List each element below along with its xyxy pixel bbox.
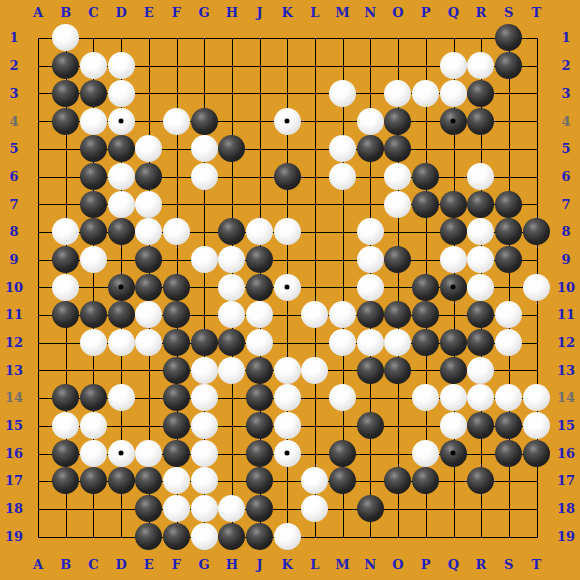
intersection[interactable]	[301, 329, 329, 357]
intersection[interactable]	[246, 523, 274, 551]
intersection[interactable]	[246, 107, 274, 135]
intersection[interactable]	[52, 301, 80, 329]
intersection[interactable]	[439, 467, 467, 495]
intersection[interactable]	[439, 246, 467, 274]
intersection[interactable]	[190, 80, 218, 108]
intersection[interactable]	[52, 218, 80, 246]
intersection[interactable]	[329, 384, 357, 412]
intersection[interactable]	[24, 356, 52, 384]
intersection[interactable]	[52, 190, 80, 218]
intersection[interactable]	[190, 190, 218, 218]
intersection[interactable]	[24, 218, 52, 246]
intersection[interactable]	[467, 329, 495, 357]
intersection[interactable]	[356, 163, 384, 191]
intersection[interactable]	[135, 384, 163, 412]
intersection[interactable]	[301, 523, 329, 551]
intersection[interactable]	[190, 163, 218, 191]
intersection[interactable]	[52, 412, 80, 440]
intersection[interactable]	[301, 412, 329, 440]
intersection[interactable]	[135, 218, 163, 246]
intersection[interactable]	[301, 467, 329, 495]
intersection[interactable]	[523, 218, 551, 246]
intersection[interactable]	[218, 523, 246, 551]
intersection[interactable]	[495, 329, 523, 357]
intersection[interactable]	[107, 80, 135, 108]
intersection[interactable]	[384, 163, 412, 191]
intersection[interactable]	[80, 24, 108, 52]
intersection[interactable]	[80, 273, 108, 301]
intersection[interactable]	[163, 135, 191, 163]
intersection[interactable]	[356, 356, 384, 384]
intersection[interactable]	[384, 218, 412, 246]
intersection[interactable]	[52, 246, 80, 274]
intersection[interactable]	[24, 163, 52, 191]
intersection[interactable]	[412, 190, 440, 218]
intersection[interactable]	[135, 412, 163, 440]
intersection[interactable]	[135, 329, 163, 357]
intersection[interactable]	[52, 273, 80, 301]
intersection[interactable]	[80, 467, 108, 495]
intersection[interactable]	[412, 52, 440, 80]
intersection[interactable]	[190, 467, 218, 495]
intersection[interactable]	[190, 495, 218, 523]
intersection[interactable]	[301, 218, 329, 246]
intersection[interactable]	[329, 412, 357, 440]
intersection[interactable]	[329, 52, 357, 80]
intersection[interactable]	[329, 246, 357, 274]
intersection[interactable]	[135, 135, 163, 163]
intersection[interactable]	[523, 412, 551, 440]
intersection[interactable]	[80, 301, 108, 329]
intersection[interactable]	[52, 467, 80, 495]
intersection[interactable]	[301, 273, 329, 301]
intersection[interactable]	[80, 52, 108, 80]
intersection[interactable]	[384, 190, 412, 218]
intersection[interactable]	[329, 523, 357, 551]
intersection[interactable]	[301, 439, 329, 467]
intersection[interactable]	[301, 190, 329, 218]
intersection[interactable]	[301, 246, 329, 274]
intersection[interactable]	[412, 495, 440, 523]
intersection[interactable]	[467, 24, 495, 52]
intersection[interactable]	[218, 190, 246, 218]
intersection[interactable]	[467, 107, 495, 135]
intersection[interactable]	[273, 135, 301, 163]
intersection[interactable]	[329, 107, 357, 135]
intersection[interactable]	[356, 135, 384, 163]
intersection[interactable]	[24, 80, 52, 108]
intersection[interactable]	[107, 523, 135, 551]
intersection[interactable]	[412, 107, 440, 135]
intersection[interactable]	[412, 80, 440, 108]
intersection[interactable]	[190, 135, 218, 163]
intersection[interactable]	[52, 135, 80, 163]
intersection[interactable]	[439, 523, 467, 551]
intersection[interactable]	[467, 467, 495, 495]
intersection[interactable]	[523, 163, 551, 191]
intersection[interactable]	[163, 80, 191, 108]
intersection[interactable]	[356, 24, 384, 52]
intersection[interactable]	[523, 273, 551, 301]
intersection[interactable]	[523, 495, 551, 523]
intersection[interactable]	[218, 495, 246, 523]
intersection[interactable]	[52, 80, 80, 108]
intersection[interactable]	[495, 523, 523, 551]
intersection[interactable]	[218, 246, 246, 274]
intersection[interactable]	[190, 329, 218, 357]
intersection[interactable]	[107, 163, 135, 191]
intersection[interactable]	[439, 356, 467, 384]
intersection[interactable]	[523, 52, 551, 80]
intersection[interactable]	[107, 412, 135, 440]
intersection[interactable]	[384, 52, 412, 80]
intersection[interactable]	[190, 412, 218, 440]
intersection[interactable]	[52, 52, 80, 80]
intersection[interactable]	[467, 135, 495, 163]
intersection[interactable]	[135, 356, 163, 384]
intersection[interactable]	[107, 301, 135, 329]
intersection[interactable]	[107, 218, 135, 246]
intersection[interactable]	[246, 218, 274, 246]
intersection[interactable]	[495, 467, 523, 495]
intersection[interactable]	[301, 80, 329, 108]
intersection[interactable]	[107, 495, 135, 523]
intersection[interactable]	[80, 107, 108, 135]
intersection[interactable]	[246, 246, 274, 274]
intersection[interactable]	[467, 495, 495, 523]
intersection[interactable]	[523, 523, 551, 551]
intersection[interactable]	[135, 163, 163, 191]
intersection[interactable]	[190, 52, 218, 80]
intersection[interactable]	[439, 439, 467, 467]
intersection[interactable]	[356, 80, 384, 108]
intersection[interactable]	[384, 439, 412, 467]
intersection[interactable]	[301, 163, 329, 191]
intersection[interactable]	[135, 495, 163, 523]
intersection[interactable]	[412, 329, 440, 357]
intersection[interactable]	[163, 52, 191, 80]
intersection[interactable]	[80, 80, 108, 108]
intersection[interactable]	[218, 412, 246, 440]
intersection[interactable]	[107, 356, 135, 384]
intersection[interactable]	[301, 495, 329, 523]
intersection[interactable]	[80, 495, 108, 523]
intersection[interactable]	[523, 356, 551, 384]
intersection[interactable]	[384, 356, 412, 384]
intersection[interactable]	[190, 356, 218, 384]
intersection[interactable]	[80, 439, 108, 467]
intersection[interactable]	[384, 80, 412, 108]
intersection[interactable]	[24, 301, 52, 329]
intersection[interactable]	[80, 218, 108, 246]
intersection[interactable]	[163, 190, 191, 218]
intersection[interactable]	[384, 246, 412, 274]
intersection[interactable]	[273, 523, 301, 551]
intersection[interactable]	[384, 301, 412, 329]
intersection[interactable]	[246, 329, 274, 357]
intersection[interactable]	[246, 52, 274, 80]
intersection[interactable]	[135, 107, 163, 135]
intersection[interactable]	[246, 24, 274, 52]
intersection[interactable]	[163, 412, 191, 440]
intersection[interactable]	[439, 495, 467, 523]
intersection[interactable]	[329, 301, 357, 329]
intersection[interactable]	[412, 135, 440, 163]
intersection[interactable]	[24, 495, 52, 523]
intersection[interactable]	[190, 273, 218, 301]
intersection[interactable]	[218, 439, 246, 467]
intersection[interactable]	[80, 163, 108, 191]
intersection[interactable]	[439, 412, 467, 440]
intersection[interactable]	[273, 412, 301, 440]
intersection[interactable]	[495, 273, 523, 301]
intersection[interactable]	[467, 190, 495, 218]
intersection[interactable]	[163, 163, 191, 191]
intersection[interactable]	[135, 80, 163, 108]
intersection[interactable]	[356, 495, 384, 523]
intersection[interactable]	[439, 163, 467, 191]
intersection[interactable]	[163, 107, 191, 135]
intersection[interactable]	[24, 273, 52, 301]
intersection[interactable]	[107, 24, 135, 52]
intersection[interactable]	[218, 24, 246, 52]
intersection[interactable]	[523, 439, 551, 467]
intersection[interactable]	[107, 273, 135, 301]
intersection[interactable]	[246, 80, 274, 108]
intersection[interactable]	[439, 301, 467, 329]
intersection[interactable]	[273, 190, 301, 218]
intersection[interactable]	[80, 329, 108, 357]
intersection[interactable]	[329, 467, 357, 495]
intersection[interactable]	[439, 135, 467, 163]
intersection[interactable]	[523, 384, 551, 412]
intersection[interactable]	[495, 301, 523, 329]
intersection[interactable]	[190, 439, 218, 467]
intersection[interactable]	[24, 439, 52, 467]
intersection[interactable]	[495, 246, 523, 274]
intersection[interactable]	[246, 384, 274, 412]
intersection[interactable]	[107, 467, 135, 495]
intersection[interactable]	[329, 439, 357, 467]
intersection[interactable]	[356, 190, 384, 218]
intersection[interactable]	[52, 24, 80, 52]
intersection[interactable]	[329, 273, 357, 301]
intersection[interactable]	[439, 24, 467, 52]
intersection[interactable]	[80, 246, 108, 274]
intersection[interactable]	[439, 218, 467, 246]
intersection[interactable]	[301, 107, 329, 135]
intersection[interactable]	[190, 246, 218, 274]
intersection[interactable]	[246, 439, 274, 467]
intersection[interactable]	[412, 523, 440, 551]
intersection[interactable]	[301, 301, 329, 329]
intersection[interactable]	[107, 135, 135, 163]
intersection[interactable]	[163, 467, 191, 495]
intersection[interactable]	[218, 52, 246, 80]
intersection[interactable]	[384, 523, 412, 551]
intersection[interactable]	[135, 190, 163, 218]
intersection[interactable]	[523, 107, 551, 135]
intersection[interactable]	[52, 439, 80, 467]
intersection[interactable]	[163, 301, 191, 329]
intersection[interactable]	[384, 329, 412, 357]
intersection[interactable]	[52, 163, 80, 191]
intersection[interactable]	[356, 301, 384, 329]
intersection[interactable]	[218, 218, 246, 246]
intersection[interactable]	[467, 52, 495, 80]
intersection[interactable]	[163, 439, 191, 467]
intersection[interactable]	[190, 384, 218, 412]
intersection[interactable]	[135, 273, 163, 301]
intersection[interactable]	[246, 135, 274, 163]
intersection[interactable]	[107, 52, 135, 80]
intersection[interactable]	[107, 384, 135, 412]
intersection[interactable]	[467, 412, 495, 440]
intersection[interactable]	[218, 80, 246, 108]
intersection[interactable]	[412, 384, 440, 412]
intersection[interactable]	[24, 52, 52, 80]
intersection[interactable]	[412, 246, 440, 274]
intersection[interactable]	[301, 384, 329, 412]
intersection[interactable]	[163, 356, 191, 384]
intersection[interactable]	[135, 24, 163, 52]
intersection[interactable]	[495, 439, 523, 467]
intersection[interactable]	[495, 412, 523, 440]
intersection[interactable]	[412, 467, 440, 495]
intersection[interactable]	[24, 190, 52, 218]
intersection[interactable]	[467, 523, 495, 551]
intersection[interactable]	[523, 190, 551, 218]
intersection[interactable]	[218, 163, 246, 191]
intersection[interactable]	[495, 218, 523, 246]
intersection[interactable]	[80, 190, 108, 218]
intersection[interactable]	[329, 80, 357, 108]
intersection[interactable]	[273, 246, 301, 274]
intersection[interactable]	[218, 107, 246, 135]
intersection[interactable]	[273, 24, 301, 52]
intersection[interactable]	[273, 301, 301, 329]
intersection[interactable]	[273, 163, 301, 191]
intersection[interactable]	[301, 135, 329, 163]
intersection[interactable]	[384, 467, 412, 495]
intersection[interactable]	[523, 24, 551, 52]
intersection[interactable]	[384, 273, 412, 301]
intersection[interactable]	[273, 329, 301, 357]
intersection[interactable]	[24, 107, 52, 135]
intersection[interactable]	[24, 384, 52, 412]
intersection[interactable]	[24, 246, 52, 274]
intersection[interactable]	[218, 329, 246, 357]
intersection[interactable]	[107, 246, 135, 274]
intersection[interactable]	[301, 356, 329, 384]
intersection[interactable]	[356, 107, 384, 135]
intersection[interactable]	[246, 301, 274, 329]
intersection[interactable]	[356, 523, 384, 551]
intersection[interactable]	[273, 218, 301, 246]
intersection[interactable]	[163, 329, 191, 357]
intersection[interactable]	[356, 52, 384, 80]
intersection[interactable]	[329, 135, 357, 163]
intersection[interactable]	[107, 107, 135, 135]
intersection[interactable]	[467, 246, 495, 274]
intersection[interactable]	[412, 218, 440, 246]
intersection[interactable]	[190, 301, 218, 329]
intersection[interactable]	[467, 384, 495, 412]
intersection[interactable]	[246, 495, 274, 523]
intersection[interactable]	[467, 163, 495, 191]
intersection[interactable]	[329, 24, 357, 52]
intersection[interactable]	[107, 329, 135, 357]
intersection[interactable]	[163, 246, 191, 274]
intersection[interactable]	[384, 384, 412, 412]
intersection[interactable]	[439, 80, 467, 108]
intersection[interactable]	[329, 218, 357, 246]
intersection[interactable]	[24, 329, 52, 357]
intersection[interactable]	[523, 329, 551, 357]
intersection[interactable]	[329, 356, 357, 384]
intersection[interactable]	[218, 301, 246, 329]
intersection[interactable]	[356, 246, 384, 274]
intersection[interactable]	[412, 273, 440, 301]
intersection[interactable]	[246, 190, 274, 218]
intersection[interactable]	[412, 163, 440, 191]
intersection[interactable]	[384, 495, 412, 523]
intersection[interactable]	[495, 24, 523, 52]
intersection[interactable]	[495, 384, 523, 412]
intersection[interactable]	[467, 439, 495, 467]
intersection[interactable]	[107, 439, 135, 467]
intersection[interactable]	[163, 523, 191, 551]
intersection[interactable]	[218, 384, 246, 412]
intersection[interactable]	[412, 24, 440, 52]
intersection[interactable]	[24, 523, 52, 551]
intersection[interactable]	[384, 135, 412, 163]
intersection[interactable]	[163, 273, 191, 301]
intersection[interactable]	[439, 52, 467, 80]
intersection[interactable]	[495, 163, 523, 191]
intersection[interactable]	[273, 384, 301, 412]
intersection[interactable]	[329, 163, 357, 191]
intersection[interactable]	[52, 384, 80, 412]
intersection[interactable]	[273, 439, 301, 467]
intersection[interactable]	[356, 273, 384, 301]
intersection[interactable]	[467, 356, 495, 384]
intersection[interactable]	[329, 495, 357, 523]
intersection[interactable]	[523, 246, 551, 274]
intersection[interactable]	[218, 356, 246, 384]
intersection[interactable]	[52, 329, 80, 357]
intersection[interactable]	[246, 467, 274, 495]
intersection[interactable]	[467, 80, 495, 108]
intersection[interactable]	[467, 218, 495, 246]
intersection[interactable]	[80, 356, 108, 384]
intersection[interactable]	[384, 107, 412, 135]
intersection[interactable]	[273, 52, 301, 80]
intersection[interactable]	[24, 24, 52, 52]
intersection[interactable]	[356, 412, 384, 440]
intersection[interactable]	[24, 467, 52, 495]
intersection[interactable]	[495, 190, 523, 218]
intersection[interactable]	[246, 412, 274, 440]
intersection[interactable]	[495, 80, 523, 108]
intersection[interactable]	[356, 218, 384, 246]
intersection[interactable]	[412, 301, 440, 329]
intersection[interactable]	[218, 467, 246, 495]
intersection[interactable]	[190, 107, 218, 135]
intersection[interactable]	[135, 523, 163, 551]
intersection[interactable]	[52, 356, 80, 384]
intersection[interactable]	[135, 301, 163, 329]
